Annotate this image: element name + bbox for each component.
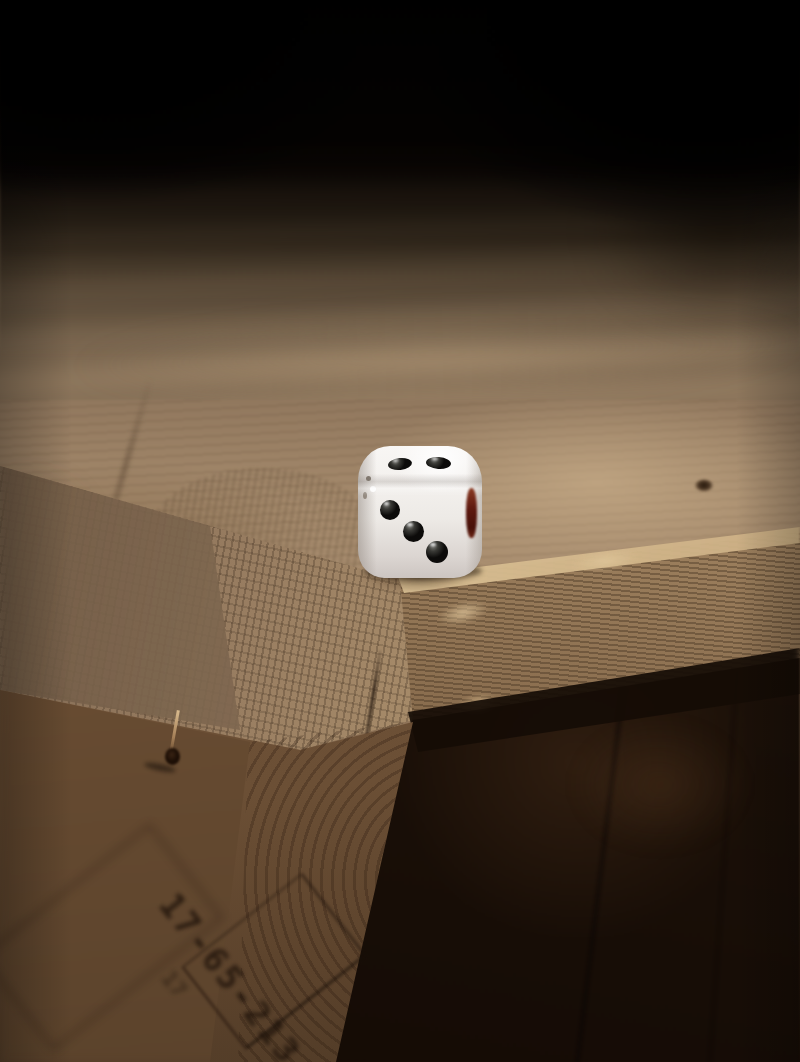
die-front-face-pip-2 [403, 521, 424, 542]
die-front-face-pip-3 [426, 541, 448, 563]
die-right-face-red-pip [466, 488, 477, 538]
vignette [0, 0, 800, 1062]
die-front-face-pip-1 [380, 500, 400, 520]
photo-die-on-crate: 17-65-213 17 [0, 0, 800, 1062]
